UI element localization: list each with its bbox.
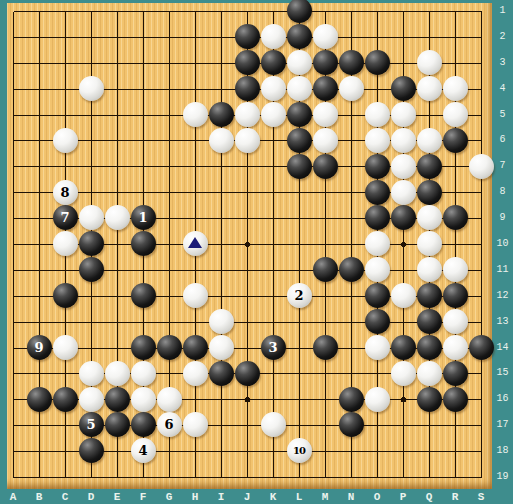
col-label-R: R	[452, 491, 459, 503]
white-stone-K17	[261, 412, 286, 437]
black-stone-E17	[105, 412, 130, 437]
white-stone-D4	[79, 76, 104, 101]
white-stone-G17: 6	[157, 412, 182, 437]
white-stone-F15	[131, 361, 156, 386]
black-stone-F12	[131, 283, 156, 308]
move-number-9: 9	[34, 341, 43, 354]
black-stone-C9: 7	[53, 205, 78, 230]
white-stone-H17	[183, 412, 208, 437]
white-stone-D15	[79, 361, 104, 386]
black-stone-Q16	[417, 387, 442, 412]
col-label-H: H	[192, 491, 199, 503]
black-stone-Q8	[417, 180, 442, 205]
white-stone-E15	[105, 361, 130, 386]
row-label-17: 17	[492, 419, 513, 431]
white-stone-D16	[79, 387, 104, 412]
white-stone-R4	[443, 76, 468, 101]
move-number-6: 6	[164, 418, 173, 431]
white-stone-L3	[287, 50, 312, 75]
col-label-C: C	[62, 491, 69, 503]
row-label-14: 14	[492, 342, 513, 354]
col-label-N: N	[348, 491, 355, 503]
row-label-18: 18	[492, 445, 513, 457]
black-stone-L1	[287, 0, 312, 23]
black-stone-Q14	[417, 335, 442, 360]
white-stone-D9	[79, 205, 104, 230]
white-stone-I13	[209, 309, 234, 334]
white-stone-M5	[313, 102, 338, 127]
black-stone-O8	[365, 180, 390, 205]
move-number-10: 10	[293, 446, 305, 456]
black-stone-R15	[443, 361, 468, 386]
white-stone-P5	[391, 102, 416, 127]
black-stone-J15	[235, 361, 260, 386]
black-stone-L2	[287, 24, 312, 49]
white-stone-J6	[235, 128, 260, 153]
row-label-15: 15	[492, 367, 513, 379]
black-stone-E16	[105, 387, 130, 412]
white-stone-M2	[313, 24, 338, 49]
black-stone-K3	[261, 50, 286, 75]
row-label-7: 7	[492, 160, 513, 172]
col-label-A: A	[10, 491, 17, 503]
white-stone-C6	[53, 128, 78, 153]
black-stone-M14	[313, 335, 338, 360]
white-stone-P12	[391, 283, 416, 308]
row-label-16: 16	[492, 393, 513, 405]
white-stone-L18: 10	[287, 438, 312, 463]
move-number-7: 7	[60, 211, 69, 224]
black-stone-R6	[443, 128, 468, 153]
white-stone-Q4	[417, 76, 442, 101]
white-stone-P15	[391, 361, 416, 386]
black-stone-F9: 1	[131, 205, 156, 230]
row-label-4: 4	[492, 83, 513, 95]
black-stone-O3	[365, 50, 390, 75]
white-stone-F18: 4	[131, 438, 156, 463]
white-stone-K4	[261, 76, 286, 101]
black-stone-J2	[235, 24, 260, 49]
move-number-8: 8	[60, 186, 69, 199]
white-stone-O16	[365, 387, 390, 412]
white-stone-Q15	[417, 361, 442, 386]
black-stone-F17	[131, 412, 156, 437]
col-label-S: S	[478, 491, 485, 503]
black-stone-R12	[443, 283, 468, 308]
black-stone-D11	[79, 257, 104, 282]
black-stone-M11	[313, 257, 338, 282]
white-stone-H15	[183, 361, 208, 386]
row-label-1: 1	[492, 5, 513, 17]
move-number-5: 5	[86, 418, 95, 431]
white-stone-S7	[469, 154, 494, 179]
col-label-E: E	[114, 491, 121, 503]
white-stone-L12: 2	[287, 283, 312, 308]
white-stone-J5	[235, 102, 260, 127]
go-board[interactable]: 87129356410	[7, 3, 492, 489]
col-label-F: F	[140, 491, 147, 503]
black-stone-I5	[209, 102, 234, 127]
white-stone-H12	[183, 283, 208, 308]
black-stone-C16	[53, 387, 78, 412]
row-label-6: 6	[492, 134, 513, 146]
black-stone-J4	[235, 76, 260, 101]
black-stone-B16	[27, 387, 52, 412]
black-stone-L6	[287, 128, 312, 153]
col-label-P: P	[400, 491, 407, 503]
col-label-L: L	[296, 491, 303, 503]
black-stone-Q7	[417, 154, 442, 179]
col-label-M: M	[322, 491, 329, 503]
black-stone-D17: 5	[79, 412, 104, 437]
row-label-10: 10	[492, 238, 513, 250]
black-stone-R16	[443, 387, 468, 412]
black-stone-S14	[469, 335, 494, 360]
col-label-O: O	[374, 491, 381, 503]
move-number-3: 3	[268, 341, 277, 354]
move-number-1: 1	[138, 211, 147, 224]
black-stone-Q12	[417, 283, 442, 308]
row-label-3: 3	[492, 57, 513, 69]
white-stone-G16	[157, 387, 182, 412]
black-stone-P14	[391, 335, 416, 360]
row-label-11: 11	[492, 264, 513, 276]
row-label-5: 5	[492, 109, 513, 121]
white-stone-P6	[391, 128, 416, 153]
white-stone-F16	[131, 387, 156, 412]
black-stone-O7	[365, 154, 390, 179]
black-stone-D18	[79, 438, 104, 463]
white-stone-O6	[365, 128, 390, 153]
white-stone-O10	[365, 231, 390, 256]
black-stone-O9	[365, 205, 390, 230]
black-stone-D10	[79, 231, 104, 256]
black-stone-F14	[131, 335, 156, 360]
white-stone-C10	[53, 231, 78, 256]
col-label-G: G	[166, 491, 173, 503]
white-stone-E9	[105, 205, 130, 230]
black-stone-H14	[183, 335, 208, 360]
row-label-9: 9	[492, 212, 513, 224]
black-stone-O13	[365, 309, 390, 334]
row-label-12: 12	[492, 290, 513, 302]
black-stone-N3	[339, 50, 364, 75]
row-label-19: 19	[492, 471, 513, 483]
black-stone-R9	[443, 205, 468, 230]
move-number-2: 2	[294, 289, 303, 302]
col-label-I: I	[218, 491, 225, 503]
black-stone-K14: 3	[261, 335, 286, 360]
col-label-K: K	[270, 491, 277, 503]
white-stone-R14	[443, 335, 468, 360]
stones-layer: 87129356410	[0, 0, 494, 490]
white-stone-N4	[339, 76, 364, 101]
white-stone-I6	[209, 128, 234, 153]
black-stone-N17	[339, 412, 364, 437]
col-label-J: J	[244, 491, 251, 503]
white-stone-M6	[313, 128, 338, 153]
white-stone-Q9	[417, 205, 442, 230]
black-stone-L7	[287, 154, 312, 179]
white-stone-I14	[209, 335, 234, 360]
white-stone-L4	[287, 76, 312, 101]
black-stone-I15	[209, 361, 234, 386]
black-stone-J3	[235, 50, 260, 75]
black-stone-M7	[313, 154, 338, 179]
white-stone-Q10	[417, 231, 442, 256]
black-stone-Q13	[417, 309, 442, 334]
black-stone-C12	[53, 283, 78, 308]
black-stone-F10	[131, 231, 156, 256]
col-label-Q: Q	[426, 491, 433, 503]
white-stone-O11	[365, 257, 390, 282]
white-stone-H5	[183, 102, 208, 127]
white-stone-C14	[53, 335, 78, 360]
white-stone-P8	[391, 180, 416, 205]
white-stone-Q3	[417, 50, 442, 75]
black-stone-M3	[313, 50, 338, 75]
white-stone-O14	[365, 335, 390, 360]
black-stone-B14: 9	[27, 335, 52, 360]
white-stone-Q11	[417, 257, 442, 282]
white-stone-Q6	[417, 128, 442, 153]
black-stone-N11	[339, 257, 364, 282]
triangle-marker-icon	[188, 237, 202, 248]
white-stone-K2	[261, 24, 286, 49]
white-stone-R5	[443, 102, 468, 127]
white-stone-K5	[261, 102, 286, 127]
white-stone-P7	[391, 154, 416, 179]
black-stone-M4	[313, 76, 338, 101]
row-label-13: 13	[492, 316, 513, 328]
black-stone-P9	[391, 205, 416, 230]
white-stone-R11	[443, 257, 468, 282]
white-stone-O5	[365, 102, 390, 127]
white-stone-C8: 8	[53, 180, 78, 205]
row-label-2: 2	[492, 31, 513, 43]
col-label-B: B	[36, 491, 43, 503]
move-number-4: 4	[138, 444, 147, 457]
black-stone-L5	[287, 102, 312, 127]
white-stone-H10	[183, 231, 208, 256]
black-stone-G14	[157, 335, 182, 360]
white-stone-R13	[443, 309, 468, 334]
row-label-8: 8	[492, 186, 513, 198]
black-stone-N16	[339, 387, 364, 412]
col-label-D: D	[88, 491, 95, 503]
black-stone-P4	[391, 76, 416, 101]
go-board-frame: 87129356410 1234567891011121314151617181…	[0, 0, 513, 504]
black-stone-O12	[365, 283, 390, 308]
